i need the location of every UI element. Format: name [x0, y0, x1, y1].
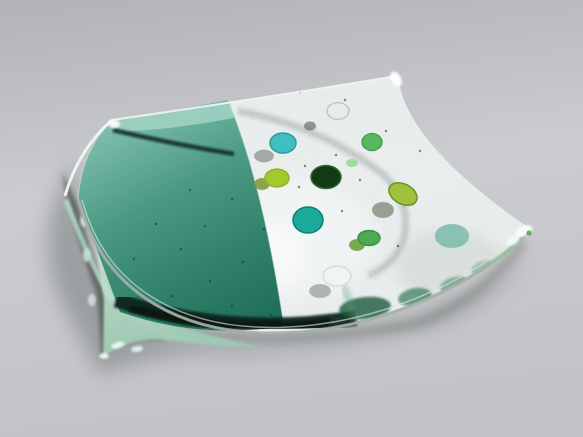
bubble-speck: [304, 165, 306, 167]
dot-lime: [265, 169, 289, 187]
dot-green-pair-main: [358, 231, 380, 246]
dot-white-bottom: [323, 266, 351, 286]
bubble-speck: [341, 210, 343, 212]
bubble-speck: [189, 189, 191, 191]
dot-soft-teal-right: [435, 224, 469, 248]
bubble-speck: [298, 186, 300, 188]
glass-plate-photo: [0, 0, 583, 437]
bubble-speck: [359, 179, 361, 181]
dot-green-bright-small: [346, 159, 358, 167]
dot-gray-olive: [372, 202, 394, 218]
bubble-speck: [231, 198, 233, 200]
photo-stage: [0, 0, 583, 437]
dot-dark-green: [311, 166, 341, 189]
bubble-speck: [270, 314, 272, 316]
dot-white-top: [327, 103, 349, 120]
dot-gray-under-white: [309, 284, 331, 298]
bubble-speck: [397, 245, 399, 247]
bubble-speck: [133, 258, 135, 260]
dot-gray-shadow-left: [254, 150, 274, 163]
bubble-speck: [263, 228, 265, 230]
corner-green-tip: [526, 230, 531, 235]
bubble-speck: [180, 248, 182, 250]
bubble-speck: [344, 99, 346, 101]
bubble-speck: [155, 223, 157, 225]
bubble-speck: [209, 280, 211, 282]
bubble-speck: [419, 150, 421, 152]
bubble-speck: [231, 305, 233, 307]
bubble-speck: [385, 130, 387, 132]
glint-top-left: [108, 120, 120, 128]
dot-turquoise: [270, 133, 296, 153]
dot-gray-small: [304, 122, 316, 131]
dot-teal-large: [293, 207, 323, 233]
bubble-speck: [335, 154, 337, 156]
dot-green-mid: [362, 134, 382, 151]
bubble-speck: [242, 261, 244, 263]
bubble-speck: [204, 225, 206, 227]
bubble-speck: [171, 295, 173, 297]
